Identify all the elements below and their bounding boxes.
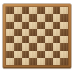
square-b3[interactable] — [14, 43, 22, 50]
square-c1[interactable] — [22, 58, 30, 65]
square-e8[interactable] — [37, 7, 45, 14]
square-c7[interactable] — [22, 14, 30, 21]
square-g7[interactable] — [53, 14, 61, 21]
square-d2[interactable] — [29, 51, 37, 58]
square-h5[interactable] — [60, 29, 68, 36]
square-b6[interactable] — [14, 22, 22, 29]
square-b2[interactable] — [14, 51, 22, 58]
square-d1[interactable] — [29, 58, 37, 65]
square-a1[interactable] — [6, 58, 14, 65]
square-e7[interactable] — [37, 14, 45, 21]
square-d7[interactable] — [29, 14, 37, 21]
square-f6[interactable] — [45, 22, 53, 29]
square-c6[interactable] — [22, 22, 30, 29]
square-h2[interactable] — [60, 51, 68, 58]
square-g4[interactable] — [53, 36, 61, 43]
square-c2[interactable] — [22, 51, 30, 58]
square-e6[interactable] — [37, 22, 45, 29]
square-b5[interactable] — [14, 29, 22, 36]
square-a8[interactable] — [6, 7, 14, 14]
square-g8[interactable] — [53, 7, 61, 14]
square-g1[interactable] — [53, 58, 61, 65]
square-e2[interactable] — [37, 51, 45, 58]
square-h7[interactable] — [60, 14, 68, 21]
square-d8[interactable] — [29, 7, 37, 14]
chess-board-frame — [3, 4, 71, 68]
square-b1[interactable] — [14, 58, 22, 65]
chess-board — [6, 7, 68, 65]
square-a5[interactable] — [6, 29, 14, 36]
square-h6[interactable] — [60, 22, 68, 29]
square-a7[interactable] — [6, 14, 14, 21]
square-c4[interactable] — [22, 36, 30, 43]
square-f3[interactable] — [45, 43, 53, 50]
square-f7[interactable] — [45, 14, 53, 21]
square-a2[interactable] — [6, 51, 14, 58]
square-d3[interactable] — [29, 43, 37, 50]
square-e5[interactable] — [37, 29, 45, 36]
square-a6[interactable] — [6, 22, 14, 29]
square-b7[interactable] — [14, 14, 22, 21]
square-g6[interactable] — [53, 22, 61, 29]
square-f4[interactable] — [45, 36, 53, 43]
square-h1[interactable] — [60, 58, 68, 65]
square-e1[interactable] — [37, 58, 45, 65]
square-h3[interactable] — [60, 43, 68, 50]
square-a4[interactable] — [6, 36, 14, 43]
square-h8[interactable] — [60, 7, 68, 14]
square-f5[interactable] — [45, 29, 53, 36]
square-b4[interactable] — [14, 36, 22, 43]
square-g2[interactable] — [53, 51, 61, 58]
square-e4[interactable] — [37, 36, 45, 43]
square-f2[interactable] — [45, 51, 53, 58]
square-d4[interactable] — [29, 36, 37, 43]
square-c3[interactable] — [22, 43, 30, 50]
square-g3[interactable] — [53, 43, 61, 50]
square-b8[interactable] — [14, 7, 22, 14]
square-c8[interactable] — [22, 7, 30, 14]
square-d6[interactable] — [29, 22, 37, 29]
square-d5[interactable] — [29, 29, 37, 36]
square-f8[interactable] — [45, 7, 53, 14]
square-f1[interactable] — [45, 58, 53, 65]
square-a3[interactable] — [6, 43, 14, 50]
square-c5[interactable] — [22, 29, 30, 36]
square-e3[interactable] — [37, 43, 45, 50]
photo-background — [0, 0, 75, 75]
square-h4[interactable] — [60, 36, 68, 43]
square-g5[interactable] — [53, 29, 61, 36]
